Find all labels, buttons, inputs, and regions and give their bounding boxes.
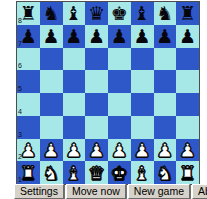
square-h1[interactable]: ♜ (176, 161, 199, 184)
settings-button[interactable]: Settings (14, 184, 64, 199)
square-h8[interactable]: ♜ (176, 2, 199, 25)
square-f1[interactable]: ♝ (131, 161, 154, 184)
square-a4[interactable]: 4 (17, 93, 40, 116)
about-button[interactable]: About (192, 184, 207, 199)
rank-label-6: 6 (18, 62, 22, 70)
chess-app-window: ♜8♞♝♛♚♝♞♜♟7♟♟♟♟♟♟♟6543♟2♟♟♟♟♟♟♟♜1♞♝♛♚♝♞♜… (0, 0, 207, 199)
toolbar: Settings Move now New game About (14, 184, 207, 199)
piece-white-pawn: ♟ (134, 139, 151, 161)
square-c3[interactable] (63, 116, 86, 139)
piece-black-knight: ♞ (43, 2, 60, 24)
square-h3[interactable] (176, 116, 199, 139)
piece-white-pawn: ♟ (156, 139, 173, 161)
piece-white-rook: ♜ (179, 162, 196, 184)
square-b5[interactable] (40, 70, 63, 93)
square-a7[interactable]: ♟7 (17, 25, 40, 48)
rank-label-5: 5 (18, 85, 22, 93)
piece-black-king: ♚ (111, 2, 128, 24)
piece-black-pawn: ♟ (65, 25, 82, 47)
square-g8[interactable]: ♞ (154, 2, 177, 25)
square-e2[interactable]: ♟ (108, 139, 131, 162)
square-d7[interactable]: ♟ (85, 25, 108, 48)
piece-white-pawn: ♟ (20, 139, 37, 161)
square-f4[interactable] (131, 93, 154, 116)
square-b4[interactable] (40, 93, 63, 116)
square-c6[interactable] (63, 48, 86, 71)
square-e4[interactable] (108, 93, 131, 116)
piece-white-knight: ♞ (156, 162, 173, 184)
square-d5[interactable] (85, 70, 108, 93)
square-g3[interactable] (154, 116, 177, 139)
piece-white-bishop: ♝ (65, 162, 82, 184)
rank-label-2: 2 (18, 153, 22, 161)
piece-white-pawn: ♟ (111, 139, 128, 161)
piece-black-rook: ♜ (20, 2, 37, 24)
chess-board: ♜8♞♝♛♚♝♞♜♟7♟♟♟♟♟♟♟6543♟2♟♟♟♟♟♟♟♜1♞♝♛♚♝♞♜ (16, 1, 200, 185)
square-h6[interactable] (176, 48, 199, 71)
piece-black-pawn: ♟ (43, 25, 60, 47)
piece-black-bishop: ♝ (134, 2, 151, 24)
piece-white-pawn: ♟ (179, 139, 196, 161)
square-b2[interactable]: ♟ (40, 139, 63, 162)
rank-label-8: 8 (18, 17, 22, 25)
piece-black-pawn: ♟ (134, 25, 151, 47)
square-a6[interactable]: 6 (17, 48, 40, 71)
piece-white-pawn: ♟ (65, 139, 82, 161)
square-e3[interactable] (108, 116, 131, 139)
square-f6[interactable] (131, 48, 154, 71)
piece-black-queen: ♛ (88, 2, 105, 24)
square-e6[interactable] (108, 48, 131, 71)
square-h2[interactable]: ♟ (176, 139, 199, 162)
square-e5[interactable] (108, 70, 131, 93)
square-d2[interactable]: ♟ (85, 139, 108, 162)
square-b7[interactable]: ♟ (40, 25, 63, 48)
square-e1[interactable]: ♚ (108, 161, 131, 184)
piece-black-pawn: ♟ (20, 25, 37, 47)
rank-label-1: 1 (18, 176, 22, 184)
square-c2[interactable]: ♟ (63, 139, 86, 162)
square-c1[interactable]: ♝ (63, 161, 86, 184)
piece-black-pawn: ♟ (156, 25, 173, 47)
square-a2[interactable]: ♟2 (17, 139, 40, 162)
rank-label-7: 7 (18, 40, 22, 48)
square-h4[interactable] (176, 93, 199, 116)
move-now-button[interactable]: Move now (66, 184, 126, 199)
square-g2[interactable]: ♟ (154, 139, 177, 162)
rank-label-4: 4 (18, 108, 22, 116)
square-g4[interactable] (154, 93, 177, 116)
square-c5[interactable] (63, 70, 86, 93)
piece-white-pawn: ♟ (43, 139, 60, 161)
square-c8[interactable]: ♝ (63, 2, 86, 25)
square-d3[interactable] (85, 116, 108, 139)
square-a5[interactable]: 5 (17, 70, 40, 93)
new-game-button[interactable]: New game (128, 184, 190, 199)
square-h7[interactable]: ♟ (176, 25, 199, 48)
square-b8[interactable]: ♞ (40, 2, 63, 25)
piece-black-knight: ♞ (156, 2, 173, 24)
square-g6[interactable] (154, 48, 177, 71)
piece-white-knight: ♞ (43, 162, 60, 184)
square-g1[interactable]: ♞ (154, 161, 177, 184)
square-d8[interactable]: ♛ (85, 2, 108, 25)
rank-label-3: 3 (18, 131, 22, 139)
square-d4[interactable] (85, 93, 108, 116)
square-f2[interactable]: ♟ (131, 139, 154, 162)
square-d6[interactable] (85, 48, 108, 71)
piece-black-rook: ♜ (179, 2, 196, 24)
piece-white-pawn: ♟ (88, 139, 105, 161)
piece-white-rook: ♜ (20, 162, 37, 184)
square-b1[interactable]: ♞ (40, 161, 63, 184)
square-b6[interactable] (40, 48, 63, 71)
square-c7[interactable]: ♟ (63, 25, 86, 48)
square-e8[interactable]: ♚ (108, 2, 131, 25)
piece-black-pawn: ♟ (88, 25, 105, 47)
square-d1[interactable]: ♛ (85, 161, 108, 184)
piece-white-queen: ♛ (88, 162, 105, 184)
piece-black-pawn: ♟ (179, 25, 196, 47)
square-f8[interactable]: ♝ (131, 2, 154, 25)
square-f7[interactable]: ♟ (131, 25, 154, 48)
square-h5[interactable] (176, 70, 199, 93)
square-a3[interactable]: 3 (17, 116, 40, 139)
square-a8[interactable]: ♜8 (17, 2, 40, 25)
square-f3[interactable] (131, 116, 154, 139)
square-c4[interactable] (63, 93, 86, 116)
piece-white-bishop: ♝ (134, 162, 151, 184)
square-a1[interactable]: ♜1 (17, 161, 40, 184)
square-b3[interactable] (40, 116, 63, 139)
square-g7[interactable]: ♟ (154, 25, 177, 48)
square-e7[interactable]: ♟ (108, 25, 131, 48)
square-g5[interactable] (154, 70, 177, 93)
piece-black-bishop: ♝ (65, 2, 82, 24)
piece-white-king: ♚ (111, 162, 128, 184)
square-f5[interactable] (131, 70, 154, 93)
piece-black-pawn: ♟ (111, 25, 128, 47)
